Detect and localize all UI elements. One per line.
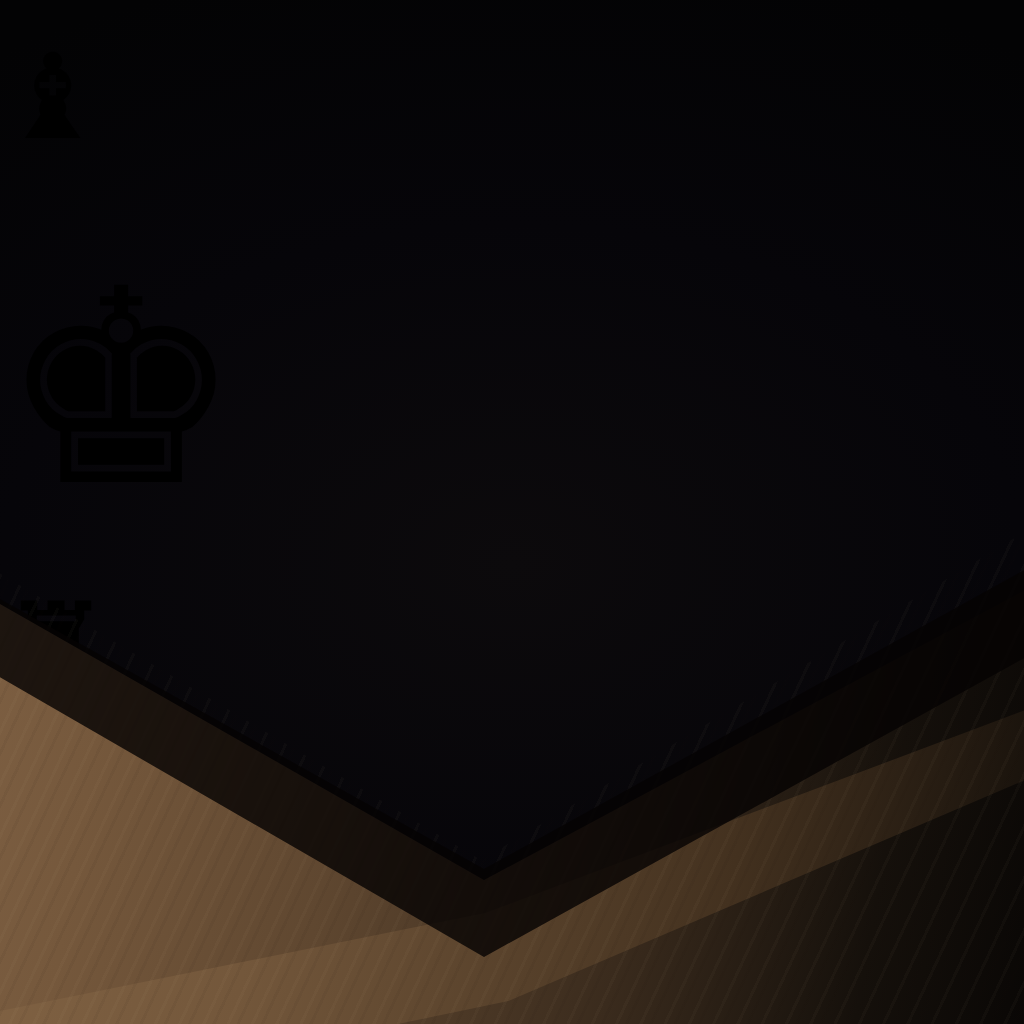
white-bishop-a3[interactable]: ♝ [0, 28, 1024, 166]
chess-scene: ♝♚♜♟♛♚♟♟♛♞♟♝♟ [0, 0, 1024, 1024]
bishop-shadow [0, 0, 106, 28]
king-shadow [0, 166, 243, 231]
